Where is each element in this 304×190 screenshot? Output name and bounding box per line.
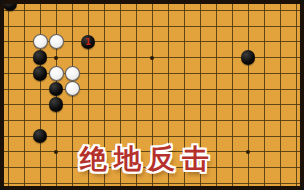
white-stone	[49, 34, 64, 49]
hoshi-point	[54, 150, 58, 154]
white-stone	[33, 34, 48, 49]
move-number-label: 1	[85, 38, 91, 47]
hoshi-point	[150, 56, 154, 60]
white-stone	[49, 66, 64, 81]
black-stone	[49, 97, 64, 112]
hoshi-point	[54, 56, 58, 60]
white-stone	[65, 66, 80, 81]
black-stone: 1	[81, 35, 96, 50]
title-overlay: 绝地反击	[80, 141, 216, 177]
black-stone	[49, 82, 64, 97]
black-stone	[33, 66, 48, 81]
go-board: 1 绝地反击	[4, 4, 300, 186]
white-stone	[65, 81, 80, 96]
black-stone	[33, 129, 48, 144]
black-stone	[4, 4, 17, 11]
black-stone	[241, 50, 256, 65]
go-video-thumbnail: 1 绝地反击	[0, 0, 304, 190]
hoshi-point	[246, 150, 250, 154]
black-stone	[33, 50, 48, 65]
